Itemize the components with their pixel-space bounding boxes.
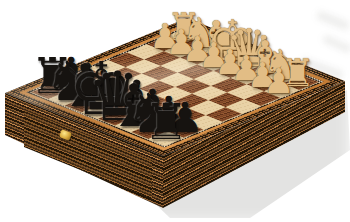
shadow-streak xyxy=(322,34,350,54)
shadow-streak xyxy=(316,10,350,31)
chess-set-product-photo: ♜♞♝♛♚♝♞♜♟♟♟♟♟♟♟♟♟♟♟♟♟♟♟♟♜♞♝♛♚♝♞♜ xyxy=(0,0,350,222)
